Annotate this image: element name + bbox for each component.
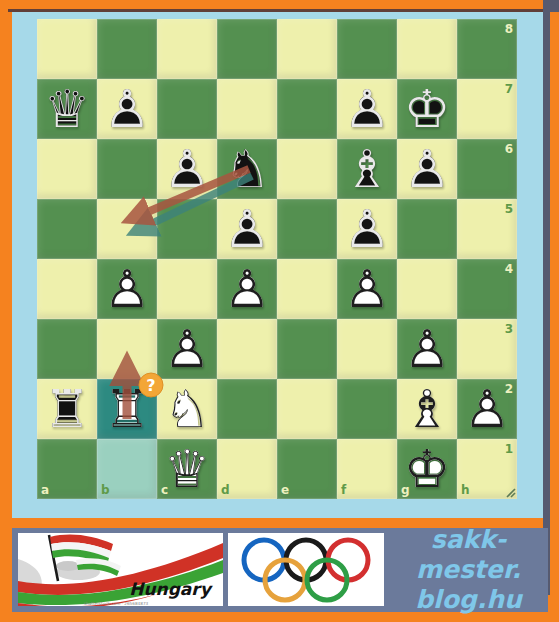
square-a2[interactable]: ♜♖	[37, 379, 97, 439]
piece-white-rook[interactable]: ♜♖	[97, 379, 157, 439]
gray-blob-small	[56, 561, 80, 571]
square-b6[interactable]	[97, 139, 157, 199]
piece-white-pawn[interactable]: ♟♙	[397, 319, 457, 379]
piece-white-knight[interactable]: ♞♘	[157, 379, 217, 439]
square-b3[interactable]	[97, 319, 157, 379]
rank-label-8: 8	[505, 23, 513, 35]
square-f1[interactable]: f	[337, 439, 397, 499]
hungary-caption: Hungary	[129, 579, 213, 599]
rank-label-3: 3	[505, 323, 513, 335]
square-a5[interactable]	[37, 199, 97, 259]
square-g4[interactable]	[397, 259, 457, 319]
square-e4[interactable]	[277, 259, 337, 319]
square-g7[interactable]: ♚♔	[397, 79, 457, 139]
square-f2[interactable]	[337, 379, 397, 439]
file-label-d: d	[221, 484, 230, 496]
square-e7[interactable]	[277, 79, 337, 139]
footer-banner: Hungary shutterstock.com · 265684873 sak…	[12, 528, 548, 612]
rank-label-4: 4	[505, 263, 513, 275]
square-e6[interactable]	[277, 139, 337, 199]
square-h7[interactable]: 7	[457, 79, 517, 139]
piece-black-pawn[interactable]: ♟♙	[337, 79, 397, 139]
screenshot-root: 8♛♕♟♙♟♙♚♔7♟♙♞♘♝♗♟♙6♟♙♟♙5♟♙♟♙♟♙4♟♙♟♙3♜♖♜♖…	[0, 0, 559, 622]
square-g5[interactable]	[397, 199, 457, 259]
piece-black-king[interactable]: ♚♔	[397, 79, 457, 139]
file-label-f: f	[341, 484, 346, 496]
square-c6[interactable]: ♟♙	[157, 139, 217, 199]
olympic-rings-logo	[228, 533, 384, 606]
hungary-flag-logo: Hungary shutterstock.com · 265684873	[18, 533, 223, 606]
square-g3[interactable]: ♟♙	[397, 319, 457, 379]
square-a7[interactable]: ♛♕	[37, 79, 97, 139]
square-d3[interactable]	[217, 319, 277, 379]
piece-white-pawn[interactable]: ♟♙	[97, 259, 157, 319]
square-d2[interactable]	[217, 379, 277, 439]
square-b5[interactable]	[97, 199, 157, 259]
square-h8[interactable]: 8	[457, 19, 517, 79]
square-f5[interactable]: ♟♙	[337, 199, 397, 259]
square-c7[interactable]	[157, 79, 217, 139]
piece-black-queen[interactable]: ♛♕	[37, 79, 97, 139]
square-f7[interactable]: ♟♙	[337, 79, 397, 139]
square-h3[interactable]: 3	[457, 319, 517, 379]
square-h4[interactable]: 4	[457, 259, 517, 319]
square-h1[interactable]: 1h	[457, 439, 517, 499]
square-h6[interactable]: 6	[457, 139, 517, 199]
square-f4[interactable]: ♟♙	[337, 259, 397, 319]
watermark-text: shutterstock.com · 265684873	[84, 601, 149, 606]
square-e8[interactable]	[277, 19, 337, 79]
square-g1[interactable]: g♚♔	[397, 439, 457, 499]
square-h5[interactable]: 5	[457, 199, 517, 259]
piece-black-bishop[interactable]: ♝♗	[337, 139, 397, 199]
piece-black-pawn[interactable]: ♟♙	[217, 199, 277, 259]
right-shadow-stripe	[543, 0, 550, 595]
rank-label-6: 6	[505, 143, 513, 155]
square-c4[interactable]	[157, 259, 217, 319]
square-d6[interactable]: ♞♘	[217, 139, 277, 199]
piece-black-knight[interactable]: ♞♘	[217, 139, 277, 199]
square-e1[interactable]: e	[277, 439, 337, 499]
square-b2[interactable]: ♜♖	[97, 379, 157, 439]
file-label-h: h	[461, 484, 470, 496]
site-url-line1: sakk-mester.	[389, 525, 548, 585]
square-f8[interactable]	[337, 19, 397, 79]
file-label-e: e	[281, 484, 289, 496]
piece-black-rook[interactable]: ♜♖	[37, 379, 97, 439]
piece-white-pawn[interactable]: ♟♙	[337, 259, 397, 319]
file-label-b: b	[101, 484, 110, 496]
piece-white-pawn[interactable]: ♟♙	[157, 319, 217, 379]
rank-label-1: 1	[505, 443, 513, 455]
square-e3[interactable]	[277, 319, 337, 379]
rank-label-5: 5	[505, 203, 513, 215]
square-c5[interactable]	[157, 199, 217, 259]
square-h2[interactable]: 2♟♙	[457, 379, 517, 439]
rank-label-7: 7	[505, 83, 513, 95]
piece-white-queen[interactable]: ♛♕	[157, 439, 217, 499]
square-d8[interactable]	[217, 19, 277, 79]
chess-board[interactable]: 8♛♕♟♙♟♙♚♔7♟♙♞♘♝♗♟♙6♟♙♟♙5♟♙♟♙♟♙4♟♙♟♙3♜♖♜♖…	[37, 19, 517, 499]
file-label-a: a	[41, 484, 49, 496]
piece-black-pawn[interactable]: ♟♙	[97, 79, 157, 139]
square-g2[interactable]: ♝♗	[397, 379, 457, 439]
square-d4[interactable]: ♟♙	[217, 259, 277, 319]
square-a8[interactable]	[37, 19, 97, 79]
square-c1[interactable]: c♛♕	[157, 439, 217, 499]
square-f6[interactable]: ♝♗	[337, 139, 397, 199]
square-a6[interactable]	[37, 139, 97, 199]
square-d5[interactable]: ♟♙	[217, 199, 277, 259]
square-d1[interactable]: d	[217, 439, 277, 499]
square-a3[interactable]	[37, 319, 97, 379]
square-c2[interactable]: ♞♘	[157, 379, 217, 439]
square-b1[interactable]: b	[97, 439, 157, 499]
piece-black-pawn[interactable]: ♟♙	[397, 139, 457, 199]
square-e5[interactable]	[277, 199, 337, 259]
square-c3[interactable]: ♟♙	[157, 319, 217, 379]
piece-black-pawn[interactable]: ♟♙	[337, 199, 397, 259]
square-f3[interactable]	[337, 319, 397, 379]
square-e2[interactable]	[277, 379, 337, 439]
square-a4[interactable]	[37, 259, 97, 319]
square-g6[interactable]: ♟♙	[397, 139, 457, 199]
hungary-flag-graphic: Hungary shutterstock.com · 265684873	[18, 533, 223, 606]
square-b8[interactable]	[97, 19, 157, 79]
piece-black-pawn[interactable]: ♟♙	[157, 139, 217, 199]
site-url-line2: blog.hu	[415, 585, 522, 615]
piece-white-pawn[interactable]: ♟♙	[457, 379, 517, 439]
site-url: sakk-mester. blog.hu	[389, 528, 548, 612]
corner-block	[543, 0, 559, 12]
piece-white-king[interactable]: ♚♔	[397, 439, 457, 499]
piece-white-bishop[interactable]: ♝♗	[397, 379, 457, 439]
square-c8[interactable]	[157, 19, 217, 79]
square-a1[interactable]: a	[37, 439, 97, 499]
piece-white-pawn[interactable]: ♟♙	[217, 259, 277, 319]
square-d7[interactable]	[217, 79, 277, 139]
square-b7[interactable]: ♟♙	[97, 79, 157, 139]
square-b4[interactable]: ♟♙	[97, 259, 157, 319]
olympic-rings-graphic	[228, 533, 384, 606]
square-g8[interactable]	[397, 19, 457, 79]
